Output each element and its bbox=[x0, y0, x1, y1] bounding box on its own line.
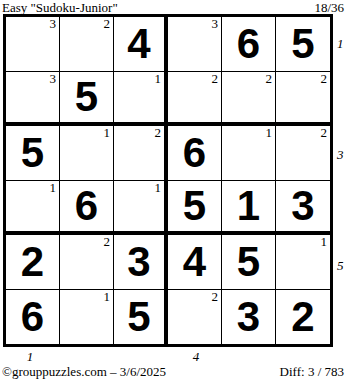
pencil-mark: 1 bbox=[266, 126, 273, 140]
given-digit: 5 bbox=[114, 290, 164, 345]
given-digit: 4 bbox=[114, 17, 164, 71]
given-digit: 6 bbox=[168, 126, 221, 180]
cell-r1c5[interactable]: 6 bbox=[222, 17, 276, 72]
pencil-mark: 2 bbox=[104, 17, 111, 31]
given-digit: 5 bbox=[60, 72, 113, 123]
cell-r4c6[interactable]: 3 bbox=[276, 181, 330, 236]
cell-r1c6[interactable]: 5 bbox=[276, 17, 330, 72]
row-label-1: 1 bbox=[337, 37, 347, 50]
cell-r1c2[interactable]: 2 bbox=[60, 17, 114, 72]
given-digit: 6 bbox=[6, 290, 59, 345]
cell-r5c2[interactable]: 2 bbox=[60, 235, 114, 290]
cell-r4c2[interactable]: 6 bbox=[60, 181, 114, 236]
pencil-mark: 2 bbox=[104, 235, 111, 249]
cell-r5c1[interactable]: 2 bbox=[6, 235, 60, 290]
pencil-mark: 2 bbox=[266, 72, 273, 86]
cell-r2c3[interactable]: 1 bbox=[114, 72, 168, 127]
cell-r2c6[interactable]: 2 bbox=[276, 72, 330, 127]
given-digit: 5 bbox=[276, 17, 330, 71]
cell-r6c6[interactable]: 2 bbox=[276, 290, 330, 345]
cell-r3c2[interactable]: 1 bbox=[60, 126, 114, 181]
pencil-mark: 1 bbox=[155, 72, 162, 86]
cell-r1c4[interactable]: 3 bbox=[168, 17, 222, 72]
pencil-mark: 2 bbox=[212, 290, 219, 304]
given-digit: 2 bbox=[6, 235, 59, 289]
cell-r4c4[interactable]: 5 bbox=[168, 181, 222, 236]
cell-r4c5[interactable]: 1 bbox=[222, 181, 276, 236]
cell-r5c4[interactable]: 4 bbox=[168, 235, 222, 290]
given-digit: 3 bbox=[114, 235, 164, 289]
given-digit: 5 bbox=[168, 181, 221, 232]
pencil-mark: 3 bbox=[50, 72, 57, 86]
cell-r6c5[interactable]: 3 bbox=[222, 290, 276, 345]
cell-r6c4[interactable]: 2 bbox=[168, 290, 222, 345]
cell-r1c1[interactable]: 3 bbox=[6, 17, 60, 72]
pencil-mark: 2 bbox=[321, 72, 328, 86]
pencil-mark: 1 bbox=[155, 181, 162, 195]
given-digit: 1 bbox=[222, 181, 275, 232]
cell-r3c6[interactable]: 2 bbox=[276, 126, 330, 181]
given-digit: 2 bbox=[276, 290, 330, 345]
cell-r5c6[interactable]: 1 bbox=[276, 235, 330, 290]
cell-r2c4[interactable]: 2 bbox=[168, 72, 222, 127]
pencil-mark: 3 bbox=[50, 17, 57, 31]
pencil-mark: 1 bbox=[321, 235, 328, 249]
row-label-3: 3 bbox=[337, 148, 347, 161]
cell-r5c5[interactable]: 5 bbox=[222, 235, 276, 290]
cell-r5c3[interactable]: 3 bbox=[114, 235, 168, 290]
cell-r3c3[interactable]: 2 bbox=[114, 126, 168, 181]
given-digit: 3 bbox=[222, 290, 275, 345]
cell-r2c2[interactable]: 5 bbox=[60, 72, 114, 127]
difficulty-text: Diff: 3 / 783 bbox=[280, 364, 344, 380]
cell-r1c3[interactable]: 4 bbox=[114, 17, 168, 72]
cell-r6c3[interactable]: 5 bbox=[114, 290, 168, 345]
pencil-mark: 2 bbox=[321, 126, 328, 140]
cell-r4c1[interactable]: 1 bbox=[6, 181, 60, 236]
row-label-5: 5 bbox=[337, 259, 347, 272]
cell-r3c4[interactable]: 6 bbox=[168, 126, 222, 181]
given-digit: 5 bbox=[6, 126, 59, 180]
pencil-mark: 1 bbox=[50, 181, 57, 195]
given-digit: 6 bbox=[222, 17, 275, 71]
puzzle-page: Easy "Sudoku-Junior" 18/36 3243653512225… bbox=[0, 0, 347, 381]
cell-r2c1[interactable]: 3 bbox=[6, 72, 60, 127]
cell-r2c5[interactable]: 2 bbox=[222, 72, 276, 127]
given-digit: 4 bbox=[168, 235, 221, 289]
cell-r3c1[interactable]: 5 bbox=[6, 126, 60, 181]
pencil-mark: 2 bbox=[212, 72, 219, 86]
sudoku-grid: 324365351222512612161513223451615232 bbox=[3, 14, 333, 347]
given-digit: 5 bbox=[222, 235, 275, 289]
col-label-4: 4 bbox=[186, 350, 206, 363]
pencil-mark: 1 bbox=[104, 290, 111, 304]
cell-r3c5[interactable]: 1 bbox=[222, 126, 276, 181]
copyright-text: ©grouppuzzles.com – 3/6/2025 bbox=[2, 364, 166, 380]
cell-r4c3[interactable]: 1 bbox=[114, 181, 168, 236]
pencil-mark: 3 bbox=[212, 17, 219, 31]
pencil-mark: 1 bbox=[104, 126, 111, 140]
col-label-1: 1 bbox=[20, 350, 40, 363]
cell-r6c2[interactable]: 1 bbox=[60, 290, 114, 345]
given-digit: 6 bbox=[60, 181, 113, 232]
given-digit: 3 bbox=[276, 181, 330, 232]
pencil-mark: 2 bbox=[155, 126, 162, 140]
cell-r6c1[interactable]: 6 bbox=[6, 290, 60, 345]
